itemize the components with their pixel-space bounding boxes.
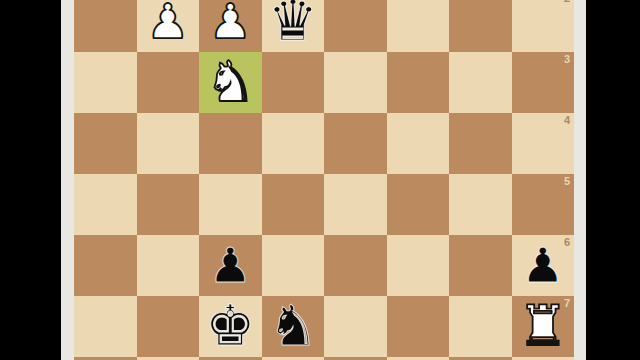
square-h7[interactable]	[74, 296, 137, 357]
square-b4[interactable]	[449, 113, 512, 174]
square-a5[interactable]: 5	[512, 174, 575, 235]
square-h4[interactable]	[74, 113, 137, 174]
rank-label-2: 2	[564, 0, 570, 4]
square-e4[interactable]	[262, 113, 325, 174]
square-d6[interactable]	[324, 235, 387, 296]
black-pawn-a6[interactable]: ♟	[521, 241, 564, 289]
black-queen-e2[interactable]: ♛	[268, 0, 318, 49]
black-knight-e7[interactable]: ♞	[268, 298, 318, 354]
square-c5[interactable]	[387, 174, 450, 235]
square-b6[interactable]	[449, 235, 512, 296]
square-b3[interactable]	[449, 52, 512, 113]
square-c6[interactable]	[387, 235, 450, 296]
square-b7[interactable]	[449, 296, 512, 357]
square-f3[interactable]: ♞	[199, 52, 262, 113]
rank-label-3: 3	[564, 54, 570, 65]
square-f6[interactable]: ♟	[199, 235, 262, 296]
rank-label-5: 5	[564, 176, 570, 187]
square-g4[interactable]	[137, 113, 200, 174]
square-d5[interactable]	[324, 174, 387, 235]
square-e3[interactable]	[262, 52, 325, 113]
square-f7[interactable]: ♚	[199, 296, 262, 357]
square-f2[interactable]: ♟	[199, 0, 262, 52]
square-h5[interactable]	[74, 174, 137, 235]
white-pawn-g2[interactable]: ♟	[146, 0, 189, 45]
square-a4[interactable]: 4	[512, 113, 575, 174]
white-pawn-f2[interactable]: ♟	[209, 0, 252, 45]
square-a7[interactable]: ♜7	[512, 296, 575, 357]
square-h2[interactable]	[74, 0, 137, 52]
square-d7[interactable]	[324, 296, 387, 357]
square-h6[interactable]	[74, 235, 137, 296]
white-knight-f3[interactable]: ♞	[205, 54, 255, 110]
rank-label-7: 7	[564, 298, 570, 309]
square-g5[interactable]	[137, 174, 200, 235]
square-g2[interactable]: ♟	[137, 0, 200, 52]
black-pawn-f6[interactable]: ♟	[209, 241, 252, 289]
square-d2[interactable]	[324, 0, 387, 52]
rank-label-4: 4	[564, 115, 570, 126]
chess-board: ♟♟♛2♞345♟♟6♚♞♜7	[74, 0, 574, 360]
square-d4[interactable]	[324, 113, 387, 174]
square-b2[interactable]	[449, 0, 512, 52]
square-f5[interactable]	[199, 174, 262, 235]
square-c3[interactable]	[387, 52, 450, 113]
square-a3[interactable]: 3	[512, 52, 575, 113]
square-g6[interactable]	[137, 235, 200, 296]
square-e6[interactable]	[262, 235, 325, 296]
white-rook-a7[interactable]: ♜	[518, 298, 568, 354]
square-c2[interactable]	[387, 0, 450, 52]
square-b5[interactable]	[449, 174, 512, 235]
video-frame: ♟♟♛2♞345♟♟6♚♞♜7	[0, 0, 640, 360]
square-e2[interactable]: ♛	[262, 0, 325, 52]
square-h3[interactable]	[74, 52, 137, 113]
square-f4[interactable]	[199, 113, 262, 174]
square-e5[interactable]	[262, 174, 325, 235]
square-e7[interactable]: ♞	[262, 296, 325, 357]
page-background: ♟♟♛2♞345♟♟6♚♞♜7	[61, 0, 586, 360]
rank-label-6: 6	[564, 237, 570, 248]
square-g7[interactable]	[137, 296, 200, 357]
square-d3[interactable]	[324, 52, 387, 113]
square-c7[interactable]	[387, 296, 450, 357]
square-c4[interactable]	[387, 113, 450, 174]
square-a6[interactable]: ♟6	[512, 235, 575, 296]
square-g3[interactable]	[137, 52, 200, 113]
black-king-f7[interactable]: ♚	[205, 298, 255, 354]
square-a2[interactable]: 2	[512, 0, 575, 52]
